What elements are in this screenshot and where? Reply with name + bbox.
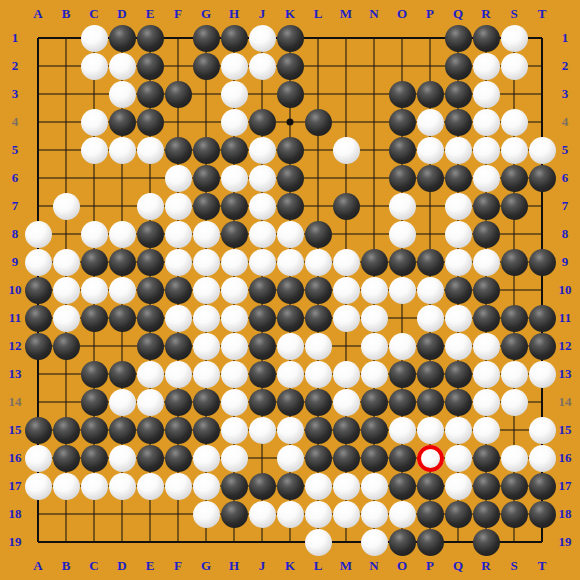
column-label-top: J — [259, 6, 266, 22]
black-stone: ● — [165, 389, 192, 416]
white-stone: ○ — [249, 165, 276, 192]
white-stone: ○ — [277, 445, 304, 472]
black-stone: ● — [417, 249, 444, 276]
black-stone: ● — [193, 165, 220, 192]
white-stone: ○ — [305, 333, 332, 360]
white-stone: ○ — [501, 109, 528, 136]
column-label-bottom: G — [201, 558, 211, 574]
white-stone: ○ — [305, 501, 332, 528]
white-stone: ○ — [445, 333, 472, 360]
black-stone: ● — [529, 473, 556, 500]
white-stone: ○ — [53, 193, 80, 220]
column-label-top: O — [397, 6, 407, 22]
row-label-left: 12 — [9, 338, 22, 354]
white-stone: ○ — [53, 277, 80, 304]
black-stone: ● — [193, 137, 220, 164]
white-stone: ○ — [333, 361, 360, 388]
black-stone: ● — [389, 389, 416, 416]
row-label-left: 17 — [9, 478, 22, 494]
row-label-right: 18 — [559, 506, 572, 522]
black-stone: ● — [501, 249, 528, 276]
black-stone: ● — [529, 249, 556, 276]
black-stone: ● — [305, 277, 332, 304]
column-label-top: T — [538, 6, 547, 22]
black-stone: ● — [249, 109, 276, 136]
white-stone: ○ — [109, 137, 136, 164]
column-label-top: L — [314, 6, 323, 22]
black-stone: ● — [389, 81, 416, 108]
black-stone: ● — [221, 501, 248, 528]
column-label-top: Q — [453, 6, 463, 22]
white-stone: ○ — [193, 445, 220, 472]
black-stone: ● — [165, 417, 192, 444]
column-label-bottom: H — [229, 558, 239, 574]
black-stone: ● — [277, 81, 304, 108]
black-stone: ● — [389, 249, 416, 276]
black-stone: ● — [529, 333, 556, 360]
black-stone: ● — [305, 221, 332, 248]
white-stone: ○ — [193, 221, 220, 248]
white-stone: ○ — [389, 277, 416, 304]
white-stone: ○ — [137, 389, 164, 416]
row-label-right: 13 — [559, 366, 572, 382]
white-stone: ○ — [109, 277, 136, 304]
white-stone: ○ — [53, 473, 80, 500]
white-stone: ○ — [25, 249, 52, 276]
column-label-top: B — [62, 6, 71, 22]
black-stone: ● — [277, 277, 304, 304]
white-stone: ○ — [249, 249, 276, 276]
black-stone: ● — [249, 277, 276, 304]
black-stone: ● — [109, 361, 136, 388]
black-stone: ● — [249, 473, 276, 500]
black-stone: ● — [53, 417, 80, 444]
white-stone: ○ — [445, 417, 472, 444]
white-stone: ○ — [137, 137, 164, 164]
white-stone: ○ — [529, 361, 556, 388]
white-stone: ○ — [221, 249, 248, 276]
white-stone: ○ — [473, 53, 500, 80]
white-stone: ○ — [277, 417, 304, 444]
black-stone: ● — [81, 305, 108, 332]
white-stone: ○ — [221, 109, 248, 136]
column-label-top: G — [201, 6, 211, 22]
black-stone: ● — [165, 81, 192, 108]
black-stone: ● — [417, 81, 444, 108]
row-label-left: 5 — [12, 142, 19, 158]
white-stone: ○ — [529, 137, 556, 164]
white-stone: ○ — [193, 361, 220, 388]
row-label-left: 15 — [9, 422, 22, 438]
white-stone: ○ — [417, 137, 444, 164]
row-label-left: 10 — [9, 282, 22, 298]
column-label-top: M — [340, 6, 352, 22]
white-stone: ○ — [165, 305, 192, 332]
black-stone: ● — [165, 137, 192, 164]
black-stone: ● — [389, 109, 416, 136]
black-stone: ● — [389, 361, 416, 388]
white-stone: ○ — [417, 417, 444, 444]
black-stone: ● — [445, 25, 472, 52]
white-stone: ○ — [137, 361, 164, 388]
column-label-top: D — [117, 6, 126, 22]
row-label-right: 15 — [559, 422, 572, 438]
white-stone: ○ — [137, 193, 164, 220]
white-stone: ○ — [249, 501, 276, 528]
black-stone: ● — [417, 165, 444, 192]
black-stone: ● — [277, 193, 304, 220]
row-label-right: 10 — [559, 282, 572, 298]
white-stone: ○ — [193, 277, 220, 304]
column-label-bottom: O — [397, 558, 407, 574]
white-stone: ○ — [445, 473, 472, 500]
black-stone: ● — [193, 389, 220, 416]
black-stone: ● — [389, 529, 416, 556]
black-stone: ● — [221, 193, 248, 220]
white-stone: ○ — [361, 333, 388, 360]
black-stone: ● — [109, 417, 136, 444]
black-stone: ● — [417, 529, 444, 556]
column-label-bottom: P — [426, 558, 434, 574]
black-stone: ● — [473, 305, 500, 332]
black-stone: ● — [501, 165, 528, 192]
black-stone: ● — [445, 277, 472, 304]
white-stone: ○ — [501, 53, 528, 80]
row-label-left: 16 — [9, 450, 22, 466]
white-stone: ○ — [165, 473, 192, 500]
black-stone: ● — [137, 109, 164, 136]
black-stone: ● — [81, 445, 108, 472]
black-stone: ● — [165, 277, 192, 304]
white-stone: ○ — [81, 221, 108, 248]
black-stone: ● — [137, 221, 164, 248]
white-stone: ○ — [277, 333, 304, 360]
column-label-bottom: F — [174, 558, 182, 574]
white-stone: ○ — [109, 445, 136, 472]
column-label-top: S — [510, 6, 517, 22]
white-stone: ○ — [305, 529, 332, 556]
white-stone: ○ — [333, 473, 360, 500]
white-stone: ○ — [473, 361, 500, 388]
black-stone: ● — [473, 221, 500, 248]
black-stone: ● — [81, 417, 108, 444]
white-stone: ○ — [445, 305, 472, 332]
white-stone: ○ — [221, 389, 248, 416]
row-label-right: 8 — [562, 226, 569, 242]
black-stone: ● — [305, 417, 332, 444]
white-stone: ○ — [361, 501, 388, 528]
white-stone: ○ — [249, 137, 276, 164]
black-stone: ● — [249, 333, 276, 360]
white-stone: ○ — [193, 473, 220, 500]
white-stone: ○ — [473, 165, 500, 192]
white-stone: ○ — [417, 277, 444, 304]
column-label-top: P — [426, 6, 434, 22]
row-label-right: 17 — [559, 478, 572, 494]
black-stone: ● — [473, 529, 500, 556]
white-stone: ○ — [193, 305, 220, 332]
white-stone: ○ — [277, 221, 304, 248]
column-label-top: R — [481, 6, 490, 22]
black-stone: ● — [249, 389, 276, 416]
row-label-left: 13 — [9, 366, 22, 382]
white-stone: ○ — [81, 137, 108, 164]
black-stone: ● — [109, 109, 136, 136]
white-stone: ○ — [389, 193, 416, 220]
black-stone: ● — [361, 389, 388, 416]
row-label-right: 6 — [562, 170, 569, 186]
white-stone: ○ — [473, 389, 500, 416]
black-stone: ● — [417, 501, 444, 528]
black-stone: ● — [305, 109, 332, 136]
column-label-top: C — [89, 6, 98, 22]
black-stone: ● — [81, 249, 108, 276]
column-label-bottom: N — [369, 558, 378, 574]
column-label-bottom: A — [33, 558, 42, 574]
white-stone: ○ — [109, 221, 136, 248]
row-label-right: 12 — [559, 338, 572, 354]
star-point — [287, 119, 294, 126]
black-stone: ● — [277, 305, 304, 332]
black-stone: ● — [137, 305, 164, 332]
white-stone: ○ — [81, 473, 108, 500]
column-label-top: N — [369, 6, 378, 22]
column-label-top: K — [285, 6, 295, 22]
black-stone: ● — [137, 277, 164, 304]
row-label-right: 14 — [559, 394, 572, 410]
black-stone: ● — [473, 193, 500, 220]
black-stone: ● — [25, 333, 52, 360]
black-stone: ● — [389, 165, 416, 192]
column-label-bottom: R — [481, 558, 490, 574]
white-stone: ○ — [109, 389, 136, 416]
white-stone: ○ — [361, 277, 388, 304]
white-stone: ○ — [109, 473, 136, 500]
white-stone: ○ — [221, 81, 248, 108]
column-label-bottom: K — [285, 558, 295, 574]
black-stone: ● — [333, 417, 360, 444]
white-stone: ○ — [473, 137, 500, 164]
column-label-bottom: T — [538, 558, 547, 574]
black-stone: ● — [501, 305, 528, 332]
black-stone: ● — [445, 81, 472, 108]
white-stone: ○ — [109, 53, 136, 80]
white-stone: ○ — [529, 445, 556, 472]
black-stone: ● — [81, 389, 108, 416]
black-stone: ● — [473, 445, 500, 472]
row-label-left: 14 — [9, 394, 22, 410]
white-stone: ○ — [165, 193, 192, 220]
white-stone: ○ — [193, 249, 220, 276]
white-stone: ○ — [389, 333, 416, 360]
white-stone: ○ — [501, 25, 528, 52]
black-stone: ● — [109, 249, 136, 276]
black-stone: ● — [221, 137, 248, 164]
white-stone: ○ — [221, 333, 248, 360]
black-stone: ● — [277, 137, 304, 164]
white-stone: ○ — [473, 81, 500, 108]
white-stone: ○ — [445, 137, 472, 164]
black-stone: ● — [389, 473, 416, 500]
row-label-left: 11 — [9, 310, 21, 326]
black-stone: ● — [333, 445, 360, 472]
black-stone: ● — [249, 361, 276, 388]
white-stone: ○ — [25, 221, 52, 248]
black-stone: ● — [417, 389, 444, 416]
white-stone: ○ — [25, 473, 52, 500]
white-stone: ○ — [333, 277, 360, 304]
black-stone: ● — [81, 361, 108, 388]
white-stone: ○ — [277, 361, 304, 388]
black-stone: ● — [473, 277, 500, 304]
white-stone: ○ — [305, 361, 332, 388]
white-stone: ○ — [249, 25, 276, 52]
white-stone: ○ — [389, 501, 416, 528]
white-stone: ○ — [361, 361, 388, 388]
white-stone: ○ — [333, 389, 360, 416]
white-stone: ○ — [473, 249, 500, 276]
white-stone: ○ — [473, 109, 500, 136]
black-stone: ● — [417, 333, 444, 360]
black-stone: ● — [445, 165, 472, 192]
black-stone: ● — [137, 249, 164, 276]
black-stone: ● — [473, 501, 500, 528]
black-stone: ● — [277, 53, 304, 80]
black-stone: ● — [445, 109, 472, 136]
white-stone: ○ — [501, 361, 528, 388]
white-stone: ○ — [249, 193, 276, 220]
black-stone: ● — [305, 445, 332, 472]
black-stone: ● — [529, 501, 556, 528]
row-label-left: 3 — [12, 86, 19, 102]
column-label-bottom: B — [62, 558, 71, 574]
white-stone: ○ — [165, 361, 192, 388]
black-stone: ● — [529, 165, 556, 192]
black-stone: ● — [445, 53, 472, 80]
black-stone: ● — [417, 473, 444, 500]
black-stone: ● — [109, 25, 136, 52]
row-label-left: 8 — [12, 226, 19, 242]
column-label-bottom: M — [340, 558, 352, 574]
row-label-right: 19 — [559, 534, 572, 550]
column-label-top: F — [174, 6, 182, 22]
white-stone: ○ — [445, 445, 472, 472]
white-stone: ○ — [277, 249, 304, 276]
white-stone: ○ — [417, 305, 444, 332]
white-stone: ○ — [165, 165, 192, 192]
black-stone: ● — [193, 417, 220, 444]
white-stone: ○ — [277, 501, 304, 528]
black-stone: ● — [137, 81, 164, 108]
white-stone: ○ — [109, 81, 136, 108]
row-label-left: 19 — [9, 534, 22, 550]
white-stone: ○ — [53, 249, 80, 276]
white-stone: ○ — [333, 249, 360, 276]
black-stone: ● — [417, 361, 444, 388]
row-label-right: 4 — [562, 114, 569, 130]
column-label-bottom: Q — [453, 558, 463, 574]
black-stone: ● — [25, 277, 52, 304]
black-stone: ● — [389, 445, 416, 472]
column-label-bottom: L — [314, 558, 323, 574]
white-stone: ○ — [221, 445, 248, 472]
black-stone: ● — [473, 25, 500, 52]
black-stone: ● — [25, 305, 52, 332]
white-stone: ○ — [333, 137, 360, 164]
black-stone: ● — [193, 193, 220, 220]
white-stone: ○ — [501, 389, 528, 416]
white-stone: ○ — [53, 305, 80, 332]
black-stone: ● — [445, 501, 472, 528]
black-stone: ● — [137, 445, 164, 472]
black-stone: ● — [53, 445, 80, 472]
black-stone: ● — [221, 473, 248, 500]
white-stone: ○ — [221, 361, 248, 388]
black-stone: ● — [137, 25, 164, 52]
black-stone: ● — [277, 165, 304, 192]
white-stone: ○ — [333, 501, 360, 528]
row-label-right: 3 — [562, 86, 569, 102]
white-stone: ○ — [361, 305, 388, 332]
white-stone: ○ — [221, 277, 248, 304]
white-stone: ○ — [529, 417, 556, 444]
white-stone: ○ — [445, 249, 472, 276]
black-stone: ● — [529, 305, 556, 332]
black-stone: ● — [389, 137, 416, 164]
column-label-top: A — [33, 6, 42, 22]
row-label-left: 2 — [12, 58, 19, 74]
black-stone: ● — [501, 473, 528, 500]
row-label-left: 4 — [12, 114, 19, 130]
white-stone: ○ — [221, 165, 248, 192]
row-label-right: 2 — [562, 58, 569, 74]
row-label-left: 1 — [12, 30, 19, 46]
black-stone: ● — [109, 305, 136, 332]
white-stone: ○ — [361, 529, 388, 556]
black-stone: ● — [193, 25, 220, 52]
row-label-right: 5 — [562, 142, 569, 158]
white-stone: ○ — [389, 221, 416, 248]
white-stone: ○ — [389, 417, 416, 444]
white-stone: ○ — [249, 53, 276, 80]
white-stone: ○ — [473, 333, 500, 360]
row-label-left: 9 — [12, 254, 19, 270]
black-stone: ● — [249, 305, 276, 332]
white-stone: ○ — [305, 473, 332, 500]
white-stone: ○ — [81, 109, 108, 136]
white-stone: ○ — [501, 137, 528, 164]
black-stone: ● — [305, 305, 332, 332]
go-board-app: AABBCCDDEEFFGGHHJJKKLLMMNNOOPPQQRRSSTT11… — [0, 0, 580, 580]
white-stone: ○ — [81, 53, 108, 80]
column-label-bottom: D — [117, 558, 126, 574]
last-move-marker — [417, 445, 444, 472]
black-stone: ● — [277, 25, 304, 52]
black-stone: ● — [361, 249, 388, 276]
column-label-bottom: E — [146, 558, 155, 574]
black-stone: ● — [501, 333, 528, 360]
black-stone: ● — [501, 193, 528, 220]
white-stone: ○ — [333, 305, 360, 332]
white-stone: ○ — [445, 193, 472, 220]
column-label-top: H — [229, 6, 239, 22]
black-stone: ● — [165, 445, 192, 472]
white-stone: ○ — [473, 417, 500, 444]
white-stone: ○ — [305, 249, 332, 276]
row-label-left: 6 — [12, 170, 19, 186]
white-stone: ○ — [193, 501, 220, 528]
black-stone: ● — [305, 389, 332, 416]
